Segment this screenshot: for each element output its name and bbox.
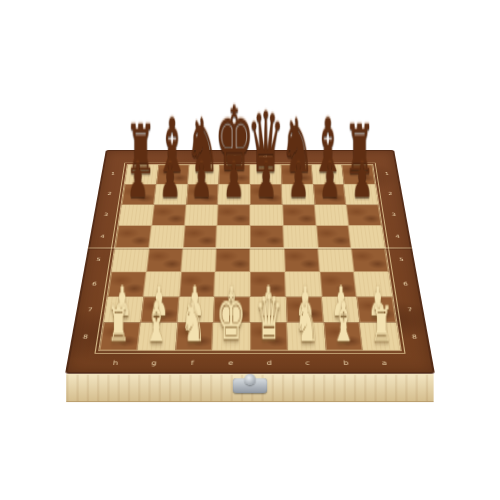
square-d4: [250, 226, 284, 248]
square-f6: [179, 272, 216, 297]
chess-set-product-photo: hgfedcba hgfedcba 12345678 12345678 ♜♝♞♚…: [0, 0, 500, 500]
square-c1: ♞: [281, 165, 313, 184]
rank-label-7: 7: [402, 297, 418, 323]
square-h3: [118, 204, 153, 225]
file-label-c: c: [280, 154, 311, 159]
square-e4: [216, 226, 250, 248]
square-d6: [250, 272, 286, 297]
file-label-g: g: [134, 359, 173, 368]
file-label-e: e: [211, 359, 250, 368]
square-h7: ♟: [104, 296, 144, 322]
square-a1: ♜: [342, 165, 376, 184]
file-label-d: d: [250, 359, 289, 368]
square-e2: ♟: [218, 184, 250, 204]
rank-label-8: 8: [77, 323, 94, 351]
square-e1: ♚: [219, 165, 250, 184]
square-d8: ♛: [250, 323, 288, 351]
rank-label-1: 1: [106, 164, 119, 183]
file-label-c: c: [288, 359, 327, 368]
square-b4: [316, 226, 351, 248]
rank-label-5: 5: [394, 248, 409, 272]
square-c4: [283, 226, 318, 248]
chess-board-grid: ♜♝♞♚♛♞♝♜♟♟♟♟♟♟♟♟♟♟♟♟♟♟♟♟♜♝♞♚♛♞♝♜: [98, 164, 402, 351]
dark-bishop: ♝: [312, 110, 345, 184]
clasp-knob: [244, 374, 255, 385]
dark-queen: ♛: [247, 101, 284, 184]
square-f8: ♞: [175, 323, 214, 351]
square-b8: ♝: [323, 323, 363, 351]
square-b7: ♟: [321, 296, 360, 322]
square-c5: [284, 248, 320, 272]
square-a3: [346, 204, 381, 225]
square-h1: ♜: [125, 165, 159, 184]
scene: hgfedcba hgfedcba 12345678 12345678 ♜♝♞♚…: [0, 0, 500, 500]
box-front-edge: [66, 374, 434, 403]
file-label-b: b: [311, 154, 342, 159]
square-e7: ♟: [213, 296, 250, 322]
square-d1: ♛: [250, 165, 281, 184]
square-b2: ♟: [313, 184, 347, 204]
square-h2: ♟: [122, 184, 156, 204]
square-c6: [285, 272, 322, 297]
file-label-a: a: [341, 154, 372, 159]
square-a2: ♟: [344, 184, 378, 204]
square-c3: [282, 204, 316, 225]
square-f4: [183, 226, 218, 248]
file-label-h: h: [96, 359, 136, 368]
square-h6: [108, 272, 146, 297]
chess-board-frame: hgfedcba hgfedcba 12345678 12345678 ♜♝♞♚…: [65, 150, 435, 374]
square-b1: ♝: [311, 165, 344, 184]
dark-rook: ♜: [125, 117, 155, 184]
square-d3: [250, 204, 283, 225]
rank-label-4: 4: [390, 225, 405, 248]
square-f2: ♟: [186, 184, 219, 204]
square-f1: ♞: [187, 165, 219, 184]
square-h8: ♜: [99, 323, 140, 351]
square-g6: [143, 272, 180, 297]
rank-label-5: 5: [91, 248, 106, 272]
rank-label-2: 2: [103, 184, 117, 204]
square-a8: ♜: [360, 323, 401, 351]
board-tilt: hgfedcba hgfedcba 12345678 12345678 ♜♝♞♚…: [65, 150, 435, 374]
square-g2: ♟: [154, 184, 188, 204]
dark-rook: ♜: [345, 117, 375, 184]
rank-label-2: 2: [384, 184, 398, 204]
file-label-h: h: [128, 154, 159, 159]
square-e8: ♚: [212, 323, 250, 351]
square-c7: ♟: [286, 296, 324, 322]
file-label-e: e: [219, 154, 250, 159]
file-label-f: f: [173, 359, 212, 368]
dark-bishop: ♝: [155, 110, 188, 184]
square-f5: [181, 248, 217, 272]
square-e3: [217, 204, 250, 225]
file-label-f: f: [189, 154, 220, 159]
square-a5: [351, 248, 388, 272]
square-d5: [250, 248, 285, 272]
rank-label-7: 7: [82, 297, 98, 323]
square-e6: [214, 272, 250, 297]
dark-king: ♚: [215, 95, 254, 183]
rank-label-6: 6: [86, 272, 102, 297]
dark-knight: ♞: [280, 110, 313, 184]
square-b3: [314, 204, 349, 225]
square-a7: ♟: [357, 296, 397, 322]
rank-label-3: 3: [99, 204, 113, 225]
square-a4: [349, 226, 385, 248]
square-g3: [151, 204, 186, 225]
dark-knight: ♞: [186, 110, 219, 184]
square-g4: [149, 226, 184, 248]
square-b6: [319, 272, 356, 297]
square-d7: ♟: [250, 296, 287, 322]
rank-label-3: 3: [387, 204, 401, 225]
file-label-a: a: [365, 359, 405, 368]
file-label-d: d: [250, 154, 281, 159]
square-g5: [146, 248, 182, 272]
square-c2: ♟: [281, 184, 314, 204]
file-label-g: g: [158, 154, 189, 159]
square-g1: ♝: [156, 165, 189, 184]
rank-label-1: 1: [380, 164, 393, 183]
rank-label-6: 6: [398, 272, 414, 297]
square-e5: [215, 248, 250, 272]
square-g8: ♝: [137, 323, 177, 351]
square-h5: [111, 248, 148, 272]
rank-label-8: 8: [406, 323, 423, 351]
file-labels-near: hgfedcba: [96, 359, 405, 368]
square-d2: ♟: [250, 184, 282, 204]
square-b5: [318, 248, 354, 272]
file-labels-far: hgfedcba: [128, 154, 373, 159]
file-label-b: b: [326, 359, 365, 368]
metal-clasp-icon: [233, 378, 267, 393]
square-f3: [184, 204, 218, 225]
square-h4: [115, 226, 151, 248]
rank-label-4: 4: [95, 225, 110, 248]
square-a6: [354, 272, 392, 297]
square-c8: ♞: [287, 323, 326, 351]
square-g7: ♟: [140, 296, 179, 322]
square-f7: ♟: [177, 296, 215, 322]
